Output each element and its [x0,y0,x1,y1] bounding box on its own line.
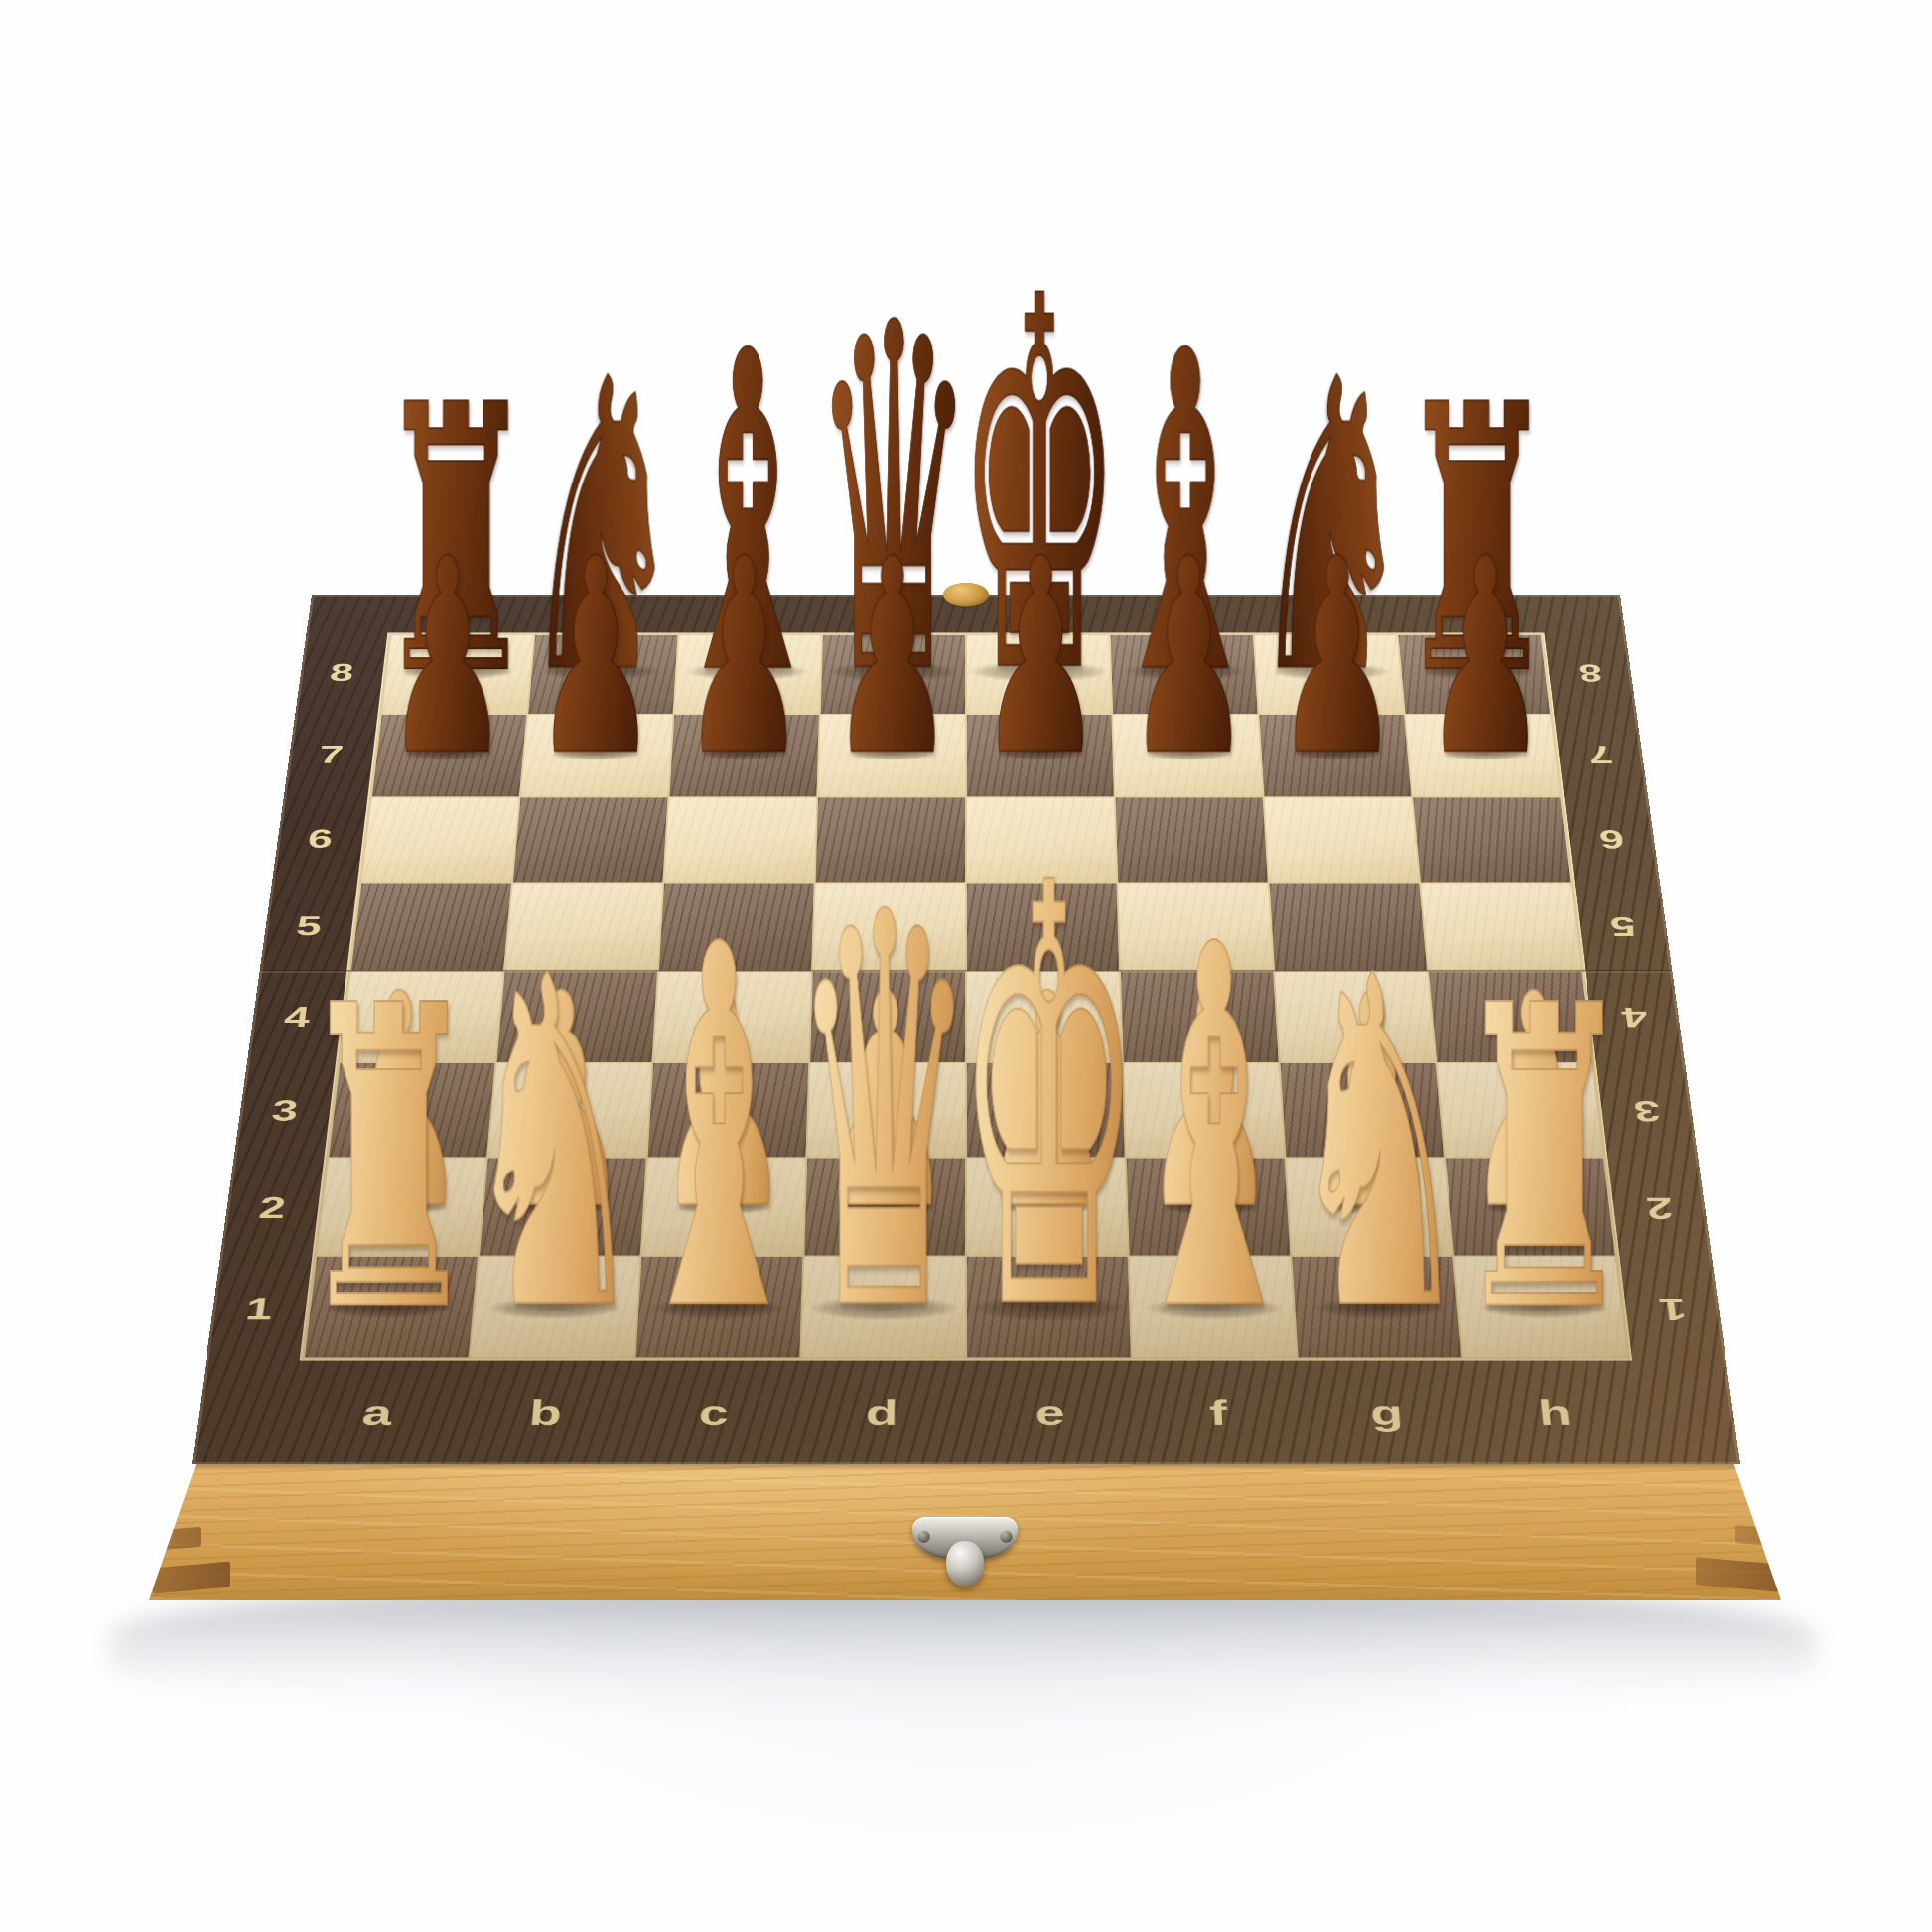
square-f2[interactable] [1127,1159,1291,1256]
square-g3[interactable] [1281,1063,1444,1157]
square-g1[interactable] [1292,1257,1461,1358]
hinge-knob [943,583,989,607]
square-a1[interactable] [305,1257,478,1358]
file-label-e: e [966,1395,1135,1430]
square-h5[interactable] [1421,884,1581,971]
square-b1[interactable] [471,1257,640,1358]
square-h3[interactable] [1437,1063,1602,1157]
square-d5[interactable] [813,884,965,971]
square-d4[interactable] [810,972,965,1062]
square-e4[interactable] [967,972,1122,1062]
square-b5[interactable] [505,884,663,971]
square-h7[interactable] [1406,715,1560,796]
rank-label-right-2: 2 [1612,1193,1708,1223]
square-a5[interactable] [351,884,511,971]
rank-label-right-5: 5 [1579,912,1668,939]
square-a7[interactable] [372,715,526,796]
file-label-h: h [1469,1395,1641,1430]
square-d6[interactable] [816,797,966,882]
square-g7[interactable] [1259,715,1411,796]
rank-label-right-8: 8 [1548,660,1633,685]
square-f6[interactable] [1116,797,1268,882]
rank-label-right-1: 1 [1624,1294,1721,1324]
square-e6[interactable] [967,797,1117,882]
square-h4[interactable] [1429,972,1591,1062]
square-f5[interactable] [1118,884,1273,971]
rank-label-right-7: 7 [1558,742,1644,766]
chess-board: 8877665544332211abcdefgh ♜♞♝♛♚♝♞♜♟♟♟♟♟♟♟… [192,595,1740,1464]
file-label-b: b [460,1395,630,1430]
square-b3[interactable] [488,1063,651,1157]
square-b2[interactable] [480,1159,646,1256]
square-d2[interactable] [804,1159,965,1256]
square-h6[interactable] [1413,797,1570,882]
rank-label-left-4: 4 [251,1003,343,1031]
square-f7[interactable] [1113,715,1262,796]
perspective-scene: 8877665544332211abcdefgh ♜♞♝♛♚♝♞♜♟♟♟♟♟♟♟… [0,0,1932,1932]
rank-label-right-3: 3 [1600,1096,1694,1125]
rank-label-right-4: 4 [1589,1003,1681,1031]
square-g8[interactable] [1255,635,1404,714]
square-b8[interactable] [528,635,677,714]
square-e2[interactable] [967,1159,1128,1256]
square-c5[interactable] [659,884,814,971]
square-c6[interactable] [664,797,816,882]
file-label-a: a [291,1395,463,1430]
square-g4[interactable] [1275,972,1435,1062]
board-grid [300,632,1633,1360]
file-label-c: c [628,1395,798,1430]
square-h1[interactable] [1454,1257,1627,1358]
square-a8[interactable] [382,635,534,714]
rank-label-left-7: 7 [288,742,374,766]
square-c2[interactable] [642,1159,806,1256]
square-c3[interactable] [648,1063,809,1157]
rank-label-left-5: 5 [264,912,353,939]
square-d7[interactable] [818,715,965,796]
square-f3[interactable] [1124,1063,1285,1157]
square-c7[interactable] [669,715,818,796]
square-c1[interactable] [635,1257,802,1358]
product-photo-stage: 8877665544332211abcdefgh ♜♞♝♛♚♝♞♜♟♟♟♟♟♟♟… [0,0,1932,1932]
square-d8[interactable] [821,635,966,714]
rank-label-left-2: 2 [225,1193,321,1223]
square-c4[interactable] [653,972,811,1062]
file-label-d: d [797,1395,966,1430]
rank-label-right-6: 6 [1568,826,1656,852]
rank-label-left-3: 3 [238,1096,332,1125]
square-e3[interactable] [967,1063,1125,1157]
square-g6[interactable] [1264,797,1419,882]
rank-label-left-8: 8 [299,660,384,685]
square-g2[interactable] [1286,1159,1452,1256]
file-label-f: f [1134,1395,1304,1430]
square-e7[interactable] [967,715,1114,796]
square-a2[interactable] [317,1159,486,1256]
square-e5[interactable] [967,884,1119,971]
square-d1[interactable] [801,1257,965,1358]
square-a3[interactable] [329,1063,494,1157]
file-label-g: g [1302,1395,1472,1430]
square-a6[interactable] [361,797,518,882]
square-f4[interactable] [1121,972,1279,1062]
square-e8[interactable] [967,635,1112,714]
square-e1[interactable] [967,1257,1131,1358]
rank-label-left-6: 6 [276,826,364,852]
square-g5[interactable] [1270,884,1428,971]
square-h8[interactable] [1398,635,1550,714]
square-f8[interactable] [1111,635,1258,714]
square-c8[interactable] [674,635,821,714]
square-b4[interactable] [497,972,657,1062]
square-h2[interactable] [1446,1159,1615,1256]
square-b6[interactable] [513,797,668,882]
square-a4[interactable] [341,972,503,1062]
rank-label-left-1: 1 [210,1294,307,1324]
square-d3[interactable] [807,1063,965,1157]
square-f1[interactable] [1130,1257,1297,1358]
square-b7[interactable] [521,715,673,796]
